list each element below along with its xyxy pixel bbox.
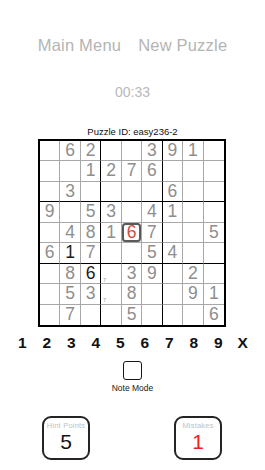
pencil-notes: 7 — [101, 284, 120, 303]
cell-digit: 3 — [65, 183, 75, 201]
cell-r9c3[interactable] — [81, 305, 101, 325]
cell-r1c5[interactable] — [122, 141, 142, 161]
cell-digit: 1 — [188, 142, 198, 160]
cell-digit: 3 — [86, 285, 96, 303]
cell-r8c4[interactable]: 7 — [101, 284, 121, 304]
cell-r9c7[interactable] — [163, 305, 183, 325]
cell-digit: 4 — [65, 224, 75, 242]
cell-digit: 1 — [86, 162, 96, 180]
cell-r2c8[interactable] — [183, 161, 203, 181]
cell-digit: 6 — [147, 162, 157, 180]
number-button-9[interactable]: 9 — [206, 334, 231, 352]
cell-r3c7[interactable]: 6 — [163, 182, 183, 202]
sudoku-board: 6239112763695341481675617548673925378917… — [38, 139, 226, 327]
cell-r7c6[interactable]: 9 — [142, 264, 162, 284]
cell-r6c8[interactable] — [183, 243, 203, 263]
note-mode-label: Note Mode — [112, 383, 154, 393]
cell-digit: 9 — [45, 203, 55, 221]
note-digit-7: 7 — [101, 277, 107, 283]
cell-digit: 6 — [209, 306, 219, 324]
cell-r3c3[interactable] — [81, 182, 101, 202]
cell-r9c8[interactable] — [183, 305, 203, 325]
cell-r4c5[interactable] — [122, 202, 142, 222]
cell-r5c6[interactable]: 7 — [142, 223, 162, 243]
cell-digit: 1 — [168, 203, 178, 221]
pencil-notes: 7 — [101, 264, 120, 283]
cell-r6c6[interactable]: 5 — [142, 243, 162, 263]
cell-r9c9[interactable]: 6 — [204, 305, 224, 325]
cell-r6c2[interactable]: 1 — [60, 243, 80, 263]
cell-r3c4[interactable] — [101, 182, 121, 202]
cell-digit: 2 — [106, 162, 116, 180]
cell-r4c9[interactable] — [204, 202, 224, 222]
cell-r7c7[interactable] — [163, 264, 183, 284]
cell-digit: 6 — [45, 244, 55, 262]
cell-r8c2[interactable]: 5 — [60, 284, 80, 304]
cell-digit: 1 — [209, 285, 219, 303]
cell-r8c3[interactable]: 3 — [81, 284, 101, 304]
cell-digit: 3 — [106, 203, 116, 221]
cell-r2c7[interactable] — [163, 161, 183, 181]
cell-r9c1[interactable] — [40, 305, 60, 325]
cell-r4c1[interactable]: 9 — [40, 202, 60, 222]
note-digit-7: 7 — [101, 297, 107, 303]
cell-r7c3[interactable]: 6 — [81, 264, 101, 284]
cell-digit: 3 — [127, 265, 137, 283]
cell-r6c5[interactable] — [122, 243, 142, 263]
cell-r3c5[interactable] — [122, 182, 142, 202]
cell-r6c3[interactable]: 7 — [81, 243, 101, 263]
cell-r1c4[interactable] — [101, 141, 121, 161]
cell-digit: 8 — [65, 265, 75, 283]
cell-digit: 2 — [188, 265, 198, 283]
cell-digit: 2 — [86, 142, 96, 160]
cell-r9c6[interactable] — [142, 305, 162, 325]
cell-r1c9[interactable] — [204, 141, 224, 161]
game-timer: 00:33 — [0, 84, 265, 100]
cell-digit: 5 — [127, 306, 137, 324]
cell-digit: 8 — [86, 224, 96, 242]
cell-r6c1[interactable]: 6 — [40, 243, 60, 263]
cell-r3c8[interactable] — [183, 182, 203, 202]
cell-r2c4[interactable]: 2 — [101, 161, 121, 181]
cell-r9c4[interactable] — [101, 305, 121, 325]
number-button-3[interactable]: 3 — [59, 334, 84, 352]
erase-button[interactable]: X — [231, 334, 256, 352]
cell-digit: 5 — [209, 224, 219, 242]
number-button-4[interactable]: 4 — [84, 334, 109, 352]
cell-r1c1[interactable] — [40, 141, 60, 161]
cell-r1c2[interactable]: 6 — [60, 141, 80, 161]
cell-r6c7[interactable]: 4 — [163, 243, 183, 263]
cell-r7c4[interactable]: 7 — [101, 264, 121, 284]
main-menu-button[interactable]: Main Menu — [38, 36, 121, 55]
cell-r4c2[interactable] — [60, 202, 80, 222]
cell-r8c7[interactable] — [163, 284, 183, 304]
cell-digit: 6 — [86, 265, 96, 283]
number-button-7[interactable]: 7 — [157, 334, 182, 352]
cell-r3c9[interactable] — [204, 182, 224, 202]
cell-r2c3[interactable]: 1 — [81, 161, 101, 181]
cell-digit: 7 — [86, 244, 96, 262]
cell-r6c4[interactable] — [101, 243, 121, 263]
cell-r3c1[interactable] — [40, 182, 60, 202]
number-button-1[interactable]: 1 — [10, 334, 35, 352]
cell-digit: 9 — [147, 265, 157, 283]
cell-digit: 3 — [147, 142, 157, 160]
cell-r9c2[interactable]: 7 — [60, 305, 80, 325]
cell-r8c8[interactable]: 9 — [183, 284, 203, 304]
cell-r4c4[interactable]: 3 — [101, 202, 121, 222]
cell-r6c9[interactable] — [204, 243, 224, 263]
number-button-2[interactable]: 2 — [35, 334, 60, 352]
cell-r1c7[interactable]: 9 — [163, 141, 183, 161]
cell-r5c4[interactable]: 1 — [101, 223, 121, 243]
cell-r9c5[interactable]: 5 — [122, 305, 142, 325]
mistakes-value: 1 — [192, 431, 204, 452]
cell-r5c1[interactable] — [40, 223, 60, 243]
cell-r7c2[interactable]: 8 — [60, 264, 80, 284]
cell-r7c8[interactable]: 2 — [183, 264, 203, 284]
cell-r3c6[interactable] — [142, 182, 162, 202]
cell-r4c8[interactable] — [183, 202, 203, 222]
mistakes-label: Mistakes — [182, 421, 213, 430]
cell-digit: 6 — [127, 224, 137, 242]
cell-digit: 9 — [168, 142, 178, 160]
number-button-6[interactable]: 6 — [133, 334, 158, 352]
note-mode-control: Note Mode — [0, 361, 265, 393]
cell-r4c6[interactable]: 4 — [142, 202, 162, 222]
cell-digit: 7 — [65, 306, 75, 324]
cell-digit: 4 — [147, 203, 157, 221]
cell-r3c2[interactable]: 3 — [60, 182, 80, 202]
cell-r7c5[interactable]: 3 — [122, 264, 142, 284]
cell-digit: 6 — [168, 183, 178, 201]
cell-r1c6[interactable]: 3 — [142, 141, 162, 161]
mistakes-box: Mistakes 1 — [174, 416, 222, 460]
top-navigation: Main Menu New Puzzle — [0, 36, 265, 55]
cell-r2c6[interactable]: 6 — [142, 161, 162, 181]
cell-r5c3[interactable]: 8 — [81, 223, 101, 243]
cell-digit: 1 — [106, 224, 116, 242]
cell-digit: 5 — [86, 203, 96, 221]
cell-r4c3[interactable]: 5 — [81, 202, 101, 222]
cell-digit: 7 — [147, 224, 157, 242]
cell-r5c7[interactable] — [163, 223, 183, 243]
cell-r8c6[interactable] — [142, 284, 162, 304]
cell-r4c7[interactable]: 1 — [163, 202, 183, 222]
cell-digit: 8 — [127, 285, 137, 303]
cell-digit: 5 — [65, 285, 75, 303]
cell-r5c9[interactable]: 5 — [204, 223, 224, 243]
cell-r5c5[interactable]: 6 — [122, 223, 142, 243]
cell-r1c8[interactable]: 1 — [183, 141, 203, 161]
number-button-row: 123456789X — [10, 334, 255, 352]
new-puzzle-button[interactable]: New Puzzle — [138, 36, 227, 55]
cell-r8c9[interactable]: 1 — [204, 284, 224, 304]
cell-digit: 1 — [65, 244, 75, 262]
cell-digit: 7 — [127, 162, 137, 180]
cell-digit: 9 — [188, 285, 198, 303]
cell-digit: 5 — [147, 244, 157, 262]
cell-r2c2[interactable] — [60, 161, 80, 181]
cell-r8c5[interactable]: 8 — [122, 284, 142, 304]
cell-r2c1[interactable] — [40, 161, 60, 181]
hint-points-value: 5 — [60, 431, 72, 452]
hint-points-label: Hint Points — [47, 421, 85, 430]
cell-r8c1[interactable] — [40, 284, 60, 304]
hint-points-box: Hint Points 5 — [42, 416, 90, 460]
cell-digit: 6 — [65, 142, 75, 160]
cell-r7c9[interactable] — [204, 264, 224, 284]
number-button-5[interactable]: 5 — [108, 334, 133, 352]
cell-digit: 4 — [168, 244, 178, 262]
cell-r2c5[interactable]: 7 — [122, 161, 142, 181]
cell-r5c8[interactable] — [183, 223, 203, 243]
cell-r5c2[interactable]: 4 — [60, 223, 80, 243]
cell-r2c9[interactable] — [204, 161, 224, 181]
number-button-8[interactable]: 8 — [182, 334, 207, 352]
puzzle-id-label: Puzzle ID: easy236-2 — [0, 126, 265, 137]
cell-r1c3[interactable]: 2 — [81, 141, 101, 161]
note-mode-checkbox[interactable] — [123, 361, 142, 380]
cell-r7c1[interactable] — [40, 264, 60, 284]
